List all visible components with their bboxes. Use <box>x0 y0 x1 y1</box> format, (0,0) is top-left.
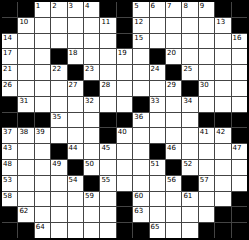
clue-number-58: 58 <box>3 192 12 200</box>
cell-r2c10[interactable] <box>150 18 165 33</box>
cell-r12c5[interactable]: 54 <box>68 176 83 191</box>
cell-r15c4[interactable] <box>51 223 66 238</box>
black-square-r8c14 <box>215 113 230 128</box>
cell-r15c3[interactable]: 64 <box>35 223 50 238</box>
clue-number-7: 7 <box>167 2 171 10</box>
cell-r5c9[interactable] <box>133 65 148 80</box>
cell-r4c8[interactable]: 19 <box>117 49 132 64</box>
cell-r11c14[interactable] <box>215 160 230 175</box>
cell-r7c2[interactable]: 31 <box>18 97 33 112</box>
clue-number-8: 8 <box>183 2 187 10</box>
cell-r9c2[interactable]: 38 <box>18 128 33 143</box>
clue-number-6: 6 <box>151 2 155 10</box>
cell-r13c1[interactable]: 58 <box>2 192 17 207</box>
cell-r8c11[interactable] <box>166 113 181 128</box>
cell-r5c4[interactable]: 22 <box>51 65 66 80</box>
cell-r8c6[interactable] <box>84 113 99 128</box>
cell-r8c5[interactable] <box>68 113 83 128</box>
cell-r6c8[interactable] <box>117 81 132 96</box>
cell-r1c6[interactable]: 4 <box>84 2 99 17</box>
cell-r11c2[interactable] <box>18 160 33 175</box>
cell-r1c11[interactable]: 7 <box>166 2 181 17</box>
black-square-r8c7 <box>100 113 115 128</box>
cell-r8c4[interactable]: 35 <box>51 113 66 128</box>
black-square-r15c15 <box>232 223 247 238</box>
cell-r5c15[interactable] <box>232 65 247 80</box>
cell-r6c4[interactable] <box>51 81 66 96</box>
cell-r8c12[interactable] <box>182 113 197 128</box>
cell-r9c10[interactable] <box>150 128 165 143</box>
black-square-r6c6 <box>84 81 99 96</box>
clue-number-17: 17 <box>3 49 12 57</box>
cell-r14c10[interactable] <box>150 207 165 222</box>
cell-r2c3[interactable] <box>35 18 50 33</box>
cell-r3c3[interactable] <box>35 34 50 49</box>
cell-r7c6[interactable]: 32 <box>84 97 99 112</box>
clue-number-22: 22 <box>52 65 61 73</box>
black-square-r13c15 <box>232 192 247 207</box>
cell-r9c1[interactable]: 37 <box>2 128 17 143</box>
cell-r10c13[interactable] <box>199 144 214 159</box>
cell-r10c11[interactable]: 46 <box>166 144 181 159</box>
clue-number-23: 23 <box>85 65 94 73</box>
cell-r13c12[interactable]: 61 <box>182 192 197 207</box>
cell-r3c6[interactable] <box>84 34 99 49</box>
cell-r4c13[interactable] <box>199 49 214 64</box>
black-square-r6c12 <box>182 81 197 96</box>
cell-r13c14[interactable] <box>215 192 230 207</box>
black-square-r12c12 <box>182 176 197 191</box>
clue-number-53: 53 <box>3 176 12 184</box>
cell-r6c11[interactable]: 29 <box>166 81 181 96</box>
cell-r10c1[interactable]: 43 <box>2 144 17 159</box>
cell-r1c4[interactable]: 2 <box>51 2 66 17</box>
cell-r14c6[interactable] <box>84 207 99 222</box>
cell-r5c13[interactable] <box>199 65 214 80</box>
cell-r5c14[interactable] <box>215 65 230 80</box>
cell-r5c1[interactable]: 21 <box>2 65 17 80</box>
cell-r4c7[interactable] <box>100 49 115 64</box>
cell-r12c13[interactable]: 57 <box>199 176 214 191</box>
cell-r8c9[interactable]: 36 <box>133 113 148 128</box>
black-square-r5c11 <box>166 65 181 80</box>
cell-r2c2[interactable]: 10 <box>18 18 33 33</box>
cell-r4c11[interactable]: 20 <box>166 49 181 64</box>
black-square-r14c1 <box>2 207 17 222</box>
cell-r3c5[interactable] <box>68 34 83 49</box>
clue-number-3: 3 <box>69 2 73 10</box>
clue-number-19: 19 <box>118 49 127 57</box>
cell-r1c3[interactable]: 1 <box>35 2 50 17</box>
cell-r13c10[interactable] <box>150 192 165 207</box>
cell-r7c3[interactable] <box>35 97 50 112</box>
cell-r7c5[interactable] <box>68 97 83 112</box>
black-square-r4c10 <box>150 49 165 64</box>
clue-number-61: 61 <box>183 192 192 200</box>
clue-number-12: 12 <box>134 18 143 26</box>
cell-r5c8[interactable] <box>117 65 132 80</box>
clue-number-54: 54 <box>69 176 78 184</box>
cell-r14c13[interactable] <box>199 207 214 222</box>
black-square-r15c1 <box>2 223 17 238</box>
cell-r11c9[interactable] <box>133 160 148 175</box>
clue-number-1: 1 <box>36 2 40 10</box>
cell-r7c11[interactable] <box>166 97 181 112</box>
black-square-r8c2 <box>18 113 33 128</box>
cell-r9c9[interactable] <box>133 128 148 143</box>
cell-r12c14[interactable] <box>215 176 230 191</box>
cell-r14c11[interactable] <box>166 207 181 222</box>
cell-r13c11[interactable] <box>166 192 181 207</box>
cell-r7c14[interactable] <box>215 97 230 112</box>
cell-r4c3[interactable] <box>35 49 50 64</box>
cell-r2c12[interactable] <box>182 18 197 33</box>
cell-r3c9[interactable]: 15 <box>133 34 148 49</box>
cell-r4c15[interactable] <box>232 49 247 64</box>
cell-r10c8[interactable] <box>117 144 132 159</box>
black-square-r15c14 <box>215 223 230 238</box>
black-square-r1c8 <box>117 2 132 17</box>
black-square-r14c8 <box>117 207 132 222</box>
cell-r14c4[interactable] <box>51 207 66 222</box>
cell-r12c9[interactable] <box>133 176 148 191</box>
clue-number-52: 52 <box>183 160 192 168</box>
cell-r5c7[interactable] <box>100 65 115 80</box>
cell-r1c9[interactable]: 5 <box>133 2 148 17</box>
cell-r7c15[interactable] <box>232 97 247 112</box>
clue-number-51: 51 <box>151 160 160 168</box>
clue-number-29: 29 <box>167 81 176 89</box>
black-square-r12c6 <box>84 176 99 191</box>
cell-r6c15[interactable] <box>232 81 247 96</box>
cell-r5c6[interactable]: 23 <box>84 65 99 80</box>
black-square-r11c11 <box>166 160 181 175</box>
clue-number-25: 25 <box>183 65 192 73</box>
clue-number-56: 56 <box>167 176 176 184</box>
cell-r9c5[interactable] <box>68 128 83 143</box>
cell-r13c4[interactable] <box>51 192 66 207</box>
cell-r11c13[interactable] <box>199 160 214 175</box>
cell-r11c10[interactable]: 51 <box>150 160 165 175</box>
cell-r6c14[interactable] <box>215 81 230 96</box>
cell-r2c11[interactable] <box>166 18 181 33</box>
black-square-r10c10 <box>150 144 165 159</box>
cell-r14c3[interactable] <box>35 207 50 222</box>
cell-r11c8[interactable] <box>117 160 132 175</box>
clue-number-16: 16 <box>233 34 242 42</box>
crossword-board: 1234567891011121314151617181920212223242… <box>0 0 249 240</box>
clue-number-60: 60 <box>134 192 143 200</box>
cell-r11c7[interactable] <box>100 160 115 175</box>
black-square-r10c4 <box>51 144 66 159</box>
clue-number-63: 63 <box>134 207 143 215</box>
cell-r12c10[interactable] <box>150 176 165 191</box>
cell-r6c7[interactable]: 28 <box>100 81 115 96</box>
cell-r13c3[interactable] <box>35 192 50 207</box>
black-square-r9c15 <box>232 128 247 143</box>
cell-r3c14[interactable] <box>215 34 230 49</box>
clue-number-11: 11 <box>101 18 110 26</box>
cell-r3c10[interactable] <box>150 34 165 49</box>
clue-number-62: 62 <box>19 207 28 215</box>
cell-r3c1[interactable]: 14 <box>2 34 17 49</box>
cell-r1c10[interactable]: 6 <box>150 2 165 17</box>
cell-r3c2[interactable] <box>18 34 33 49</box>
cell-r12c2[interactable] <box>18 176 33 191</box>
cell-r12c11[interactable]: 56 <box>166 176 181 191</box>
clue-number-21: 21 <box>3 65 12 73</box>
cell-r9c12[interactable] <box>182 128 197 143</box>
cell-r13c13[interactable] <box>199 192 214 207</box>
cell-r12c4[interactable] <box>51 176 66 191</box>
clue-number-55: 55 <box>101 176 110 184</box>
cell-r15c10[interactable]: 65 <box>150 223 165 238</box>
black-square-r1c2 <box>18 2 33 17</box>
clue-number-5: 5 <box>134 2 138 10</box>
clue-number-33: 33 <box>151 97 160 105</box>
cell-r14c5[interactable] <box>68 207 83 222</box>
black-square-r14c15 <box>232 207 247 222</box>
cell-r3c7[interactable] <box>100 34 115 49</box>
cell-r11c6[interactable]: 50 <box>84 160 99 175</box>
cell-r7c10[interactable]: 33 <box>150 97 165 112</box>
clue-number-42: 42 <box>216 128 225 136</box>
black-square-r8c3 <box>35 113 50 128</box>
black-square-r8c15 <box>232 113 247 128</box>
clue-number-31: 31 <box>19 97 28 105</box>
clue-number-35: 35 <box>52 113 61 121</box>
cell-r4c9[interactable] <box>133 49 148 64</box>
cell-r7c12[interactable]: 34 <box>182 97 197 112</box>
clue-number-9: 9 <box>200 2 204 10</box>
black-square-r1c7 <box>100 2 115 17</box>
black-square-r2c8 <box>117 18 132 33</box>
cell-r14c12[interactable] <box>182 207 197 222</box>
black-square-r1c14 <box>215 2 230 17</box>
cell-r14c9[interactable]: 63 <box>133 207 148 222</box>
cell-r15c12[interactable] <box>182 223 197 238</box>
cell-r9c3[interactable]: 39 <box>35 128 50 143</box>
cell-r12c8[interactable] <box>117 176 132 191</box>
cell-r2c13[interactable] <box>199 18 214 33</box>
cell-r10c14[interactable] <box>215 144 230 159</box>
cell-r5c12[interactable]: 25 <box>182 65 197 80</box>
cell-r1c12[interactable]: 8 <box>182 2 197 17</box>
cell-r2c9[interactable]: 12 <box>133 18 148 33</box>
black-square-r2c15 <box>232 18 247 33</box>
black-square-r9c7 <box>100 128 115 143</box>
clue-number-47: 47 <box>233 144 242 152</box>
black-square-r8c8 <box>117 113 132 128</box>
cell-r8c10[interactable] <box>150 113 165 128</box>
black-square-r15c9 <box>133 223 148 238</box>
clue-number-36: 36 <box>134 113 143 121</box>
cell-r9c6[interactable] <box>84 128 99 143</box>
cell-r15c7[interactable] <box>100 223 115 238</box>
cell-r10c15[interactable]: 47 <box>232 144 247 159</box>
clue-number-13: 13 <box>216 18 225 26</box>
cell-r9c8[interactable]: 40 <box>117 128 132 143</box>
cell-r15c5[interactable] <box>68 223 83 238</box>
cell-r13c9[interactable]: 60 <box>133 192 148 207</box>
cell-r10c12[interactable] <box>182 144 197 159</box>
black-square-r4c4 <box>51 49 66 64</box>
cell-r4c5[interactable]: 18 <box>68 49 83 64</box>
cell-r6c13[interactable]: 30 <box>199 81 214 96</box>
clue-number-20: 20 <box>167 49 176 57</box>
clue-number-40: 40 <box>118 128 127 136</box>
black-square-r15c8 <box>117 223 132 238</box>
cell-r7c7[interactable] <box>100 97 115 112</box>
cell-r2c5[interactable] <box>68 18 83 33</box>
cell-r5c2[interactable] <box>18 65 33 80</box>
cell-r12c15[interactable] <box>232 176 247 191</box>
cell-r14c7[interactable] <box>100 207 115 222</box>
cell-r7c8[interactable] <box>117 97 132 112</box>
black-square-r1c15 <box>232 2 247 17</box>
cell-r10c2[interactable] <box>18 144 33 159</box>
cell-r6c10[interactable] <box>150 81 165 96</box>
clue-number-4: 4 <box>85 2 89 10</box>
clue-number-10: 10 <box>19 18 28 26</box>
cell-r10c9[interactable] <box>133 144 148 159</box>
black-square-r14c14 <box>215 207 230 222</box>
cell-r11c3[interactable] <box>35 160 50 175</box>
cell-r3c13[interactable] <box>199 34 214 49</box>
clue-number-34: 34 <box>183 97 192 105</box>
cell-r12c7[interactable]: 55 <box>100 176 115 191</box>
cell-r2c14[interactable]: 13 <box>215 18 230 33</box>
black-square-r8c1 <box>2 113 17 128</box>
clue-number-2: 2 <box>52 2 56 10</box>
cell-r11c15[interactable] <box>232 160 247 175</box>
cell-r11c4[interactable]: 49 <box>51 160 66 175</box>
clue-number-18: 18 <box>69 49 78 57</box>
clue-number-26: 26 <box>3 81 12 89</box>
clue-number-38: 38 <box>19 128 28 136</box>
cell-r4c14[interactable] <box>215 49 230 64</box>
cell-r11c12[interactable]: 52 <box>182 160 197 175</box>
cell-r13c7[interactable] <box>100 192 115 207</box>
clue-number-44: 44 <box>69 144 78 152</box>
cell-r15c11[interactable] <box>166 223 181 238</box>
cell-r12c1[interactable]: 53 <box>2 176 17 191</box>
cell-r13c6[interactable]: 59 <box>84 192 99 207</box>
cell-r15c6[interactable] <box>84 223 99 238</box>
clue-number-28: 28 <box>101 81 110 89</box>
cell-r2c4[interactable] <box>51 18 66 33</box>
cell-r4c2[interactable] <box>18 49 33 64</box>
cell-r6c1[interactable]: 26 <box>2 81 17 96</box>
cell-r4c6[interactable] <box>84 49 99 64</box>
cell-r9c4[interactable] <box>51 128 66 143</box>
cell-r1c5[interactable]: 3 <box>68 2 83 17</box>
clue-number-49: 49 <box>52 160 61 168</box>
cell-r4c12[interactable] <box>182 49 197 64</box>
clue-number-50: 50 <box>85 160 94 168</box>
clue-number-37: 37 <box>3 128 12 136</box>
clue-number-15: 15 <box>134 34 143 42</box>
clue-number-65: 65 <box>151 223 160 231</box>
black-square-r3c8 <box>117 34 132 49</box>
cell-r3c12[interactable] <box>182 34 197 49</box>
clue-number-27: 27 <box>69 81 78 89</box>
cell-r11c1[interactable]: 48 <box>2 160 17 175</box>
cell-r14c2[interactable]: 62 <box>18 207 33 222</box>
black-square-r7c1 <box>2 97 17 112</box>
cell-r10c5[interactable]: 44 <box>68 144 83 159</box>
clue-number-32: 32 <box>85 97 94 105</box>
cell-r3c4[interactable] <box>51 34 66 49</box>
clue-number-43: 43 <box>3 144 12 152</box>
cell-r1c13[interactable]: 9 <box>199 2 214 17</box>
black-square-r15c2 <box>18 223 33 238</box>
black-square-r8c13 <box>199 113 214 128</box>
cell-r13c2[interactable] <box>18 192 33 207</box>
clue-number-30: 30 <box>200 81 209 89</box>
cell-r10c7[interactable]: 45 <box>100 144 115 159</box>
cell-r3c11[interactable] <box>166 34 181 49</box>
clue-number-45: 45 <box>101 144 110 152</box>
cell-r2c6[interactable] <box>84 18 99 33</box>
black-square-r5c5 <box>68 65 83 80</box>
cell-r10c3[interactable] <box>35 144 50 159</box>
cell-r5c3[interactable] <box>35 65 50 80</box>
clue-number-57: 57 <box>200 176 209 184</box>
clue-number-59: 59 <box>85 192 94 200</box>
clue-number-39: 39 <box>36 128 45 136</box>
black-square-r2c1 <box>2 18 17 33</box>
cell-r10c6[interactable] <box>84 144 99 159</box>
clue-number-48: 48 <box>3 160 12 168</box>
cell-r7c13[interactable] <box>199 97 214 112</box>
clue-number-14: 14 <box>3 34 12 42</box>
cell-r7c4[interactable] <box>51 97 66 112</box>
cell-r3c15[interactable]: 16 <box>232 34 247 49</box>
cell-r12c3[interactable] <box>35 176 50 191</box>
cell-r2c7[interactable]: 11 <box>100 18 115 33</box>
black-square-r11c5 <box>68 160 83 175</box>
cell-r6c5[interactable]: 27 <box>68 81 83 96</box>
clue-number-24: 24 <box>151 65 160 73</box>
cell-r6c9[interactable] <box>133 81 148 96</box>
clue-number-64: 64 <box>36 223 45 231</box>
cell-r9c11[interactable] <box>166 128 181 143</box>
clue-number-46: 46 <box>167 144 176 152</box>
clue-number-41: 41 <box>200 128 209 136</box>
black-square-r13c8 <box>117 192 132 207</box>
cell-r6c3[interactable] <box>35 81 50 96</box>
cell-r4c1[interactable]: 17 <box>2 49 17 64</box>
cell-r13c5[interactable] <box>68 192 83 207</box>
cell-r9c13[interactable]: 41 <box>199 128 214 143</box>
black-square-r15c13 <box>199 223 214 238</box>
cell-r6c2[interactable] <box>18 81 33 96</box>
black-square-r7c9 <box>133 97 148 112</box>
black-square-r1c1 <box>2 2 17 17</box>
cell-r9c14[interactable]: 42 <box>215 128 230 143</box>
cell-r5c10[interactable]: 24 <box>150 65 165 80</box>
